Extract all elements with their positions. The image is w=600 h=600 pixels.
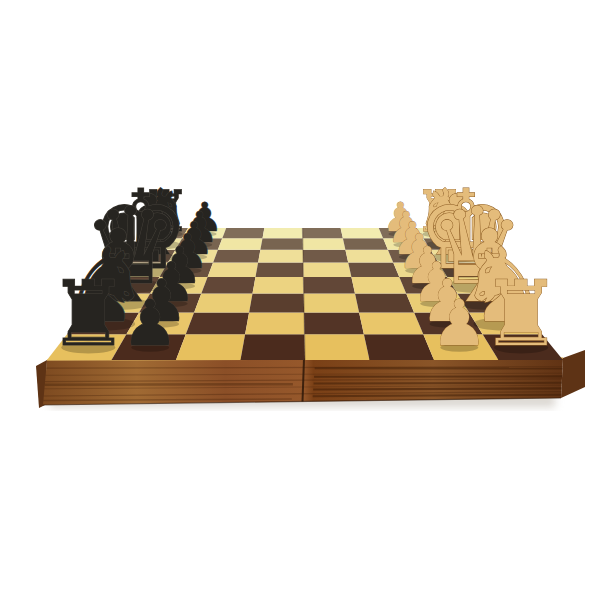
- square-g6: [218, 238, 263, 249]
- chess-board: ♜♜♟♟♞♞♟♟♝♝♟♟♚♚♟♟♛♛♟♟♝♝♟♟♞♞♟♟♜♜♟♟: [0, 0, 600, 600]
- square-f4: [303, 250, 348, 263]
- square-a4: [305, 334, 370, 360]
- square-d4: [303, 277, 355, 293]
- wood-grain-streak: [314, 383, 562, 384]
- piece-white-pawn-a2: ♟: [431, 286, 488, 360]
- piece-black-pawn-a7: ♟: [122, 286, 179, 360]
- square-h5: [263, 228, 303, 238]
- chess-set-photo: ♜♜♟♟♞♞♟♟♝♝♟♟♚♚♟♟♛♛♟♟♝♝♟♟♞♞♟♟♜♜♟♟: [0, 0, 600, 600]
- square-f5: [258, 250, 303, 263]
- piece-black-rook-a8: ♜: [48, 261, 129, 366]
- wood-grain-streak: [45, 384, 293, 385]
- square-b4: [304, 312, 364, 334]
- square-g4: [303, 238, 346, 249]
- square-h4: [303, 228, 343, 238]
- square-e5: [256, 263, 304, 278]
- square-g3: [343, 238, 388, 249]
- square-f6: [213, 250, 260, 263]
- square-h6: [222, 228, 264, 238]
- square-e6: [208, 263, 259, 278]
- square-c3: [355, 294, 414, 313]
- square-d6: [201, 277, 255, 293]
- square-b6: [186, 312, 249, 334]
- square-c4: [304, 294, 359, 313]
- square-g5: [260, 238, 303, 249]
- square-a3: [364, 334, 434, 360]
- wood-grain-streak: [313, 388, 561, 389]
- board-box-right-face: [561, 350, 585, 398]
- square-e4: [303, 263, 351, 278]
- square-a5: [241, 334, 306, 360]
- square-d3: [351, 277, 406, 293]
- square-c5: [249, 294, 304, 313]
- piece-white-rook-a1: ♜: [481, 261, 562, 366]
- square-c6: [194, 294, 252, 313]
- square-a6: [176, 334, 245, 360]
- square-b5: [245, 312, 304, 334]
- square-b3: [359, 312, 423, 334]
- square-f3: [345, 250, 393, 263]
- square-d5: [253, 277, 304, 293]
- square-h3: [341, 228, 384, 238]
